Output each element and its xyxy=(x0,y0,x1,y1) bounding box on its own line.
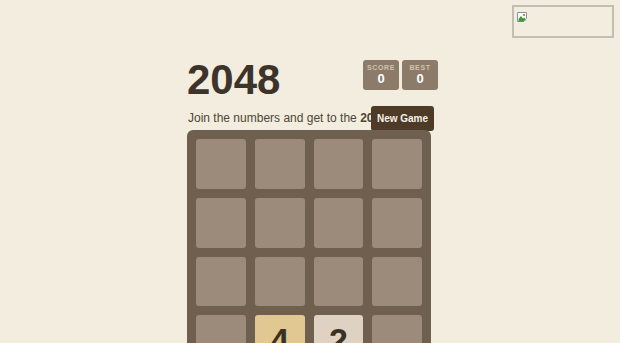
new-game-button[interactable]: New Game xyxy=(371,106,434,131)
empty-cell xyxy=(196,139,246,189)
empty-cell xyxy=(314,257,364,307)
score-value: 0 xyxy=(377,72,384,86)
page-title: 2048 xyxy=(187,59,280,101)
page-root: 2048 SCORE 0 BEST 0 Join the numbers and… xyxy=(0,0,620,343)
empty-cell xyxy=(372,139,422,189)
board-grid[interactable]: 42 xyxy=(187,130,431,343)
empty-cell xyxy=(372,315,422,343)
score-label: SCORE xyxy=(367,64,395,72)
empty-cell xyxy=(255,139,305,189)
empty-cell xyxy=(372,257,422,307)
empty-cell xyxy=(196,315,246,343)
empty-cell xyxy=(314,139,364,189)
subtitle-text: Join the numbers and get to the xyxy=(188,111,360,125)
broken-image-placeholder xyxy=(512,5,614,38)
tile-4: 4 xyxy=(255,315,305,343)
broken-image-icon xyxy=(516,9,528,21)
empty-cell xyxy=(255,198,305,248)
empty-cell xyxy=(314,198,364,248)
score-box: SCORE 0 xyxy=(363,60,399,90)
scoreboard: SCORE 0 BEST 0 xyxy=(363,60,438,90)
best-box: BEST 0 xyxy=(402,60,438,90)
empty-cell xyxy=(196,198,246,248)
best-label: BEST xyxy=(409,64,430,72)
empty-cell xyxy=(372,198,422,248)
empty-cell xyxy=(196,257,246,307)
tile-2: 2 xyxy=(314,315,364,343)
best-value: 0 xyxy=(416,72,423,86)
empty-cell xyxy=(255,257,305,307)
